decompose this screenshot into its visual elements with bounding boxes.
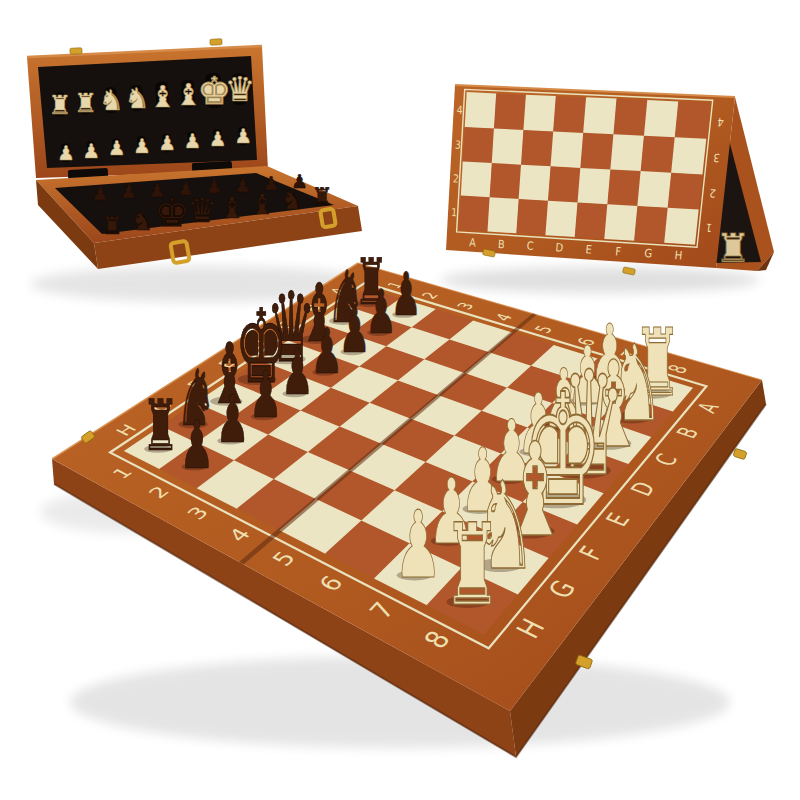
light-rook-h8: ♜ bbox=[443, 500, 501, 631]
stored-pawn: ♟ bbox=[91, 182, 108, 204]
stored-king: ♚ bbox=[154, 189, 190, 235]
folded-square-b2 bbox=[490, 163, 522, 199]
folded-square-h1 bbox=[664, 208, 699, 245]
folded-bottom-label-B: B bbox=[498, 237, 506, 250]
dark-pawn-h2: ♟ bbox=[180, 405, 215, 483]
stored-pawn: ♟ bbox=[184, 129, 202, 153]
stored-bishop: ♝ bbox=[219, 190, 246, 225]
folded-square-e2 bbox=[578, 168, 611, 205]
folded-square-f1 bbox=[604, 204, 638, 241]
stored-rook: ♜ bbox=[311, 183, 333, 211]
stored-queen: ♛ bbox=[225, 69, 255, 109]
folded-square-e3 bbox=[580, 133, 614, 170]
folded-bottom-label-D: D bbox=[555, 241, 564, 255]
folded-bottom-label-C: C bbox=[526, 239, 534, 253]
chess-set-product-photo: ♜♜♞♞♝♝♚♛♟♟♟♟♟♟♟♟♟♟♟♟♟♟♟♟♜♞♚♛♝♝♞♜♜4321432… bbox=[0, 0, 800, 800]
stored-knight: ♞ bbox=[130, 206, 153, 236]
folded-square-a4 bbox=[465, 92, 497, 129]
stored-knight: ♞ bbox=[280, 185, 303, 215]
folded-left-label-4: 4 bbox=[456, 103, 463, 116]
stored-knight: ♞ bbox=[125, 82, 150, 115]
folded-square-a2 bbox=[461, 162, 492, 198]
folded-left-label-2: 2 bbox=[453, 172, 460, 184]
folded-bottom-label-G: G bbox=[644, 246, 653, 260]
folded-square-c4 bbox=[523, 95, 556, 132]
stored-pawn: ♟ bbox=[108, 136, 126, 160]
stored-pawn: ♟ bbox=[234, 124, 252, 148]
stored-knight: ♞ bbox=[99, 84, 124, 117]
dark-rook-h1: ♜ bbox=[142, 384, 179, 467]
folded-square-a1 bbox=[459, 196, 490, 232]
folded-square-g3 bbox=[641, 136, 676, 174]
stored-queen: ♛ bbox=[187, 190, 217, 230]
folded-square-e1 bbox=[575, 202, 608, 239]
folded-bottom-label-F: F bbox=[615, 245, 622, 259]
scene-canvas: ♜♜♞♞♝♝♚♛♟♟♟♟♟♟♟♟♟♟♟♟♟♟♟♟♜♞♚♛♝♝♞♜♜4321432… bbox=[0, 0, 800, 800]
folded-square-h4 bbox=[675, 101, 710, 139]
main-board-hinge-3-icon bbox=[733, 448, 747, 459]
dark-pawn-d2: ♟ bbox=[310, 314, 343, 387]
folded-square-b4 bbox=[494, 93, 526, 130]
stored-bishop: ♝ bbox=[149, 79, 176, 114]
folded-square-d2 bbox=[548, 166, 581, 203]
dark-pawn-f2: ♟ bbox=[249, 357, 283, 432]
folded-square-g4 bbox=[644, 100, 679, 138]
folded-square-h3 bbox=[671, 137, 706, 175]
folded-square-d1 bbox=[545, 201, 578, 237]
folded-square-c2 bbox=[519, 165, 551, 202]
folded-square-g1 bbox=[634, 206, 668, 243]
folded-square-h2 bbox=[668, 173, 703, 210]
stored-pawn: ♟ bbox=[158, 131, 176, 155]
folded-board-floor-shadow bbox=[440, 267, 760, 293]
folded-square-f4 bbox=[613, 99, 647, 137]
folded-left-label-3: 3 bbox=[455, 138, 462, 151]
stored-pawn: ♟ bbox=[209, 127, 227, 151]
folded-square-d4 bbox=[553, 96, 586, 133]
stored-rook: ♜ bbox=[101, 212, 123, 240]
stored-rook: ♜ bbox=[74, 88, 97, 118]
folded-board: ♜43214321ABCDEFGH bbox=[440, 85, 774, 293]
folded-left-label-1: 1 bbox=[451, 206, 458, 218]
stored-rook: ♜ bbox=[48, 90, 71, 120]
stored-pawn: ♟ bbox=[82, 139, 100, 163]
folded-bottom-label-H: H bbox=[674, 248, 683, 262]
light-pawn-h7: ♟ bbox=[394, 490, 442, 599]
folded-square-f2 bbox=[607, 170, 641, 207]
folded-square-d3 bbox=[551, 131, 584, 168]
folded-square-g2 bbox=[637, 171, 671, 208]
folded-square-b3 bbox=[492, 129, 524, 166]
stored-pawn: ♟ bbox=[57, 141, 75, 165]
folded-square-c3 bbox=[521, 130, 554, 167]
stored-bishop: ♝ bbox=[249, 188, 274, 221]
folded-square-b1 bbox=[488, 197, 520, 233]
folded-square-a3 bbox=[463, 127, 495, 164]
stored-pawn: ♟ bbox=[133, 134, 151, 158]
dark-pawn-c2: ♟ bbox=[339, 295, 371, 367]
stored-pawn: ♟ bbox=[120, 180, 137, 202]
folded-square-e4 bbox=[583, 97, 617, 135]
folded-square-f3 bbox=[610, 134, 644, 171]
dark-pawn-e2: ♟ bbox=[281, 336, 314, 409]
box-top-hinge-2-icon bbox=[210, 39, 222, 46]
dark-pawn-g2: ♟ bbox=[215, 380, 249, 457]
box-top-hinge-1-icon bbox=[70, 48, 82, 55]
folded-square-c1 bbox=[516, 199, 548, 235]
